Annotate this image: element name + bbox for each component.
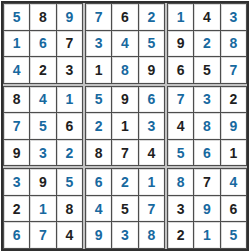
- cell-r2c5[interactable]: 4: [112, 31, 137, 57]
- cell-r9c7[interactable]: 2: [168, 222, 193, 248]
- cell-r7c5[interactable]: 2: [112, 169, 137, 195]
- cell-r6c3[interactable]: 2: [57, 140, 82, 166]
- block-1-1: 589167423: [3, 3, 83, 84]
- cell-r9c6[interactable]: 8: [139, 222, 164, 248]
- cell-r9c1[interactable]: 6: [4, 222, 29, 248]
- cell-r8c1[interactable]: 2: [4, 196, 29, 222]
- cell-r5c6[interactable]: 3: [139, 113, 164, 139]
- cell-r3c9[interactable]: 7: [221, 57, 246, 83]
- cell-r4c9[interactable]: 2: [221, 87, 246, 113]
- cell-r2c1[interactable]: 1: [4, 31, 29, 57]
- cell-r9c4[interactable]: 9: [86, 222, 111, 248]
- cell-r5c9[interactable]: 9: [221, 113, 246, 139]
- cell-r1c5[interactable]: 6: [112, 4, 137, 30]
- cell-r9c3[interactable]: 4: [57, 222, 82, 248]
- cell-r4c1[interactable]: 8: [4, 87, 29, 113]
- cell-r9c9[interactable]: 5: [221, 222, 246, 248]
- cell-r1c8[interactable]: 4: [194, 4, 219, 30]
- cell-r7c8[interactable]: 7: [194, 169, 219, 195]
- cell-r3c4[interactable]: 1: [86, 57, 111, 83]
- cell-r5c8[interactable]: 8: [194, 113, 219, 139]
- cell-r8c4[interactable]: 4: [86, 196, 111, 222]
- cell-r6c8[interactable]: 6: [194, 140, 219, 166]
- cell-r1c6[interactable]: 2: [139, 4, 164, 30]
- cell-r8c2[interactable]: 1: [30, 196, 55, 222]
- cell-r1c2[interactable]: 8: [30, 4, 55, 30]
- cell-r1c3[interactable]: 9: [57, 4, 82, 30]
- block-2-2: 596213874: [85, 86, 165, 167]
- cell-r3c7[interactable]: 6: [168, 57, 193, 83]
- cell-r9c8[interactable]: 1: [194, 222, 219, 248]
- cell-r9c2[interactable]: 7: [30, 222, 55, 248]
- cell-r3c3[interactable]: 3: [57, 57, 82, 83]
- block-2-1: 841756932: [3, 86, 83, 167]
- cell-r7c7[interactable]: 8: [168, 169, 193, 195]
- cell-r4c7[interactable]: 7: [168, 87, 193, 113]
- block-3-3: 874396215: [167, 168, 247, 249]
- cell-r6c9[interactable]: 1: [221, 140, 246, 166]
- cell-r7c9[interactable]: 4: [221, 169, 246, 195]
- cell-r2c4[interactable]: 3: [86, 31, 111, 57]
- cell-r8c7[interactable]: 3: [168, 196, 193, 222]
- cell-r8c5[interactable]: 5: [112, 196, 137, 222]
- cell-r1c9[interactable]: 3: [221, 4, 246, 30]
- sudoku-board: 5891674237623451891439286578417569325962…: [1, 1, 249, 251]
- cell-r9c5[interactable]: 3: [112, 222, 137, 248]
- cell-r6c7[interactable]: 5: [168, 140, 193, 166]
- cell-r8c6[interactable]: 7: [139, 196, 164, 222]
- cell-r4c5[interactable]: 9: [112, 87, 137, 113]
- cell-r7c3[interactable]: 5: [57, 169, 82, 195]
- cell-r2c7[interactable]: 9: [168, 31, 193, 57]
- cell-r1c1[interactable]: 5: [4, 4, 29, 30]
- cell-r2c9[interactable]: 8: [221, 31, 246, 57]
- cell-r2c2[interactable]: 6: [30, 31, 55, 57]
- cell-r4c3[interactable]: 1: [57, 87, 82, 113]
- cell-r7c1[interactable]: 3: [4, 169, 29, 195]
- cell-r4c6[interactable]: 6: [139, 87, 164, 113]
- cell-r5c2[interactable]: 5: [30, 113, 55, 139]
- cell-r6c5[interactable]: 7: [112, 140, 137, 166]
- cell-r4c2[interactable]: 4: [30, 87, 55, 113]
- cell-r3c8[interactable]: 5: [194, 57, 219, 83]
- block-1-2: 762345189: [85, 3, 165, 84]
- cell-r8c9[interactable]: 6: [221, 196, 246, 222]
- block-2-3: 732489561: [167, 86, 247, 167]
- cell-r6c6[interactable]: 4: [139, 140, 164, 166]
- cell-r7c4[interactable]: 6: [86, 169, 111, 195]
- cell-r6c4[interactable]: 8: [86, 140, 111, 166]
- cell-r8c3[interactable]: 8: [57, 196, 82, 222]
- cell-r3c5[interactable]: 8: [112, 57, 137, 83]
- cell-r1c7[interactable]: 1: [168, 4, 193, 30]
- cell-r7c6[interactable]: 1: [139, 169, 164, 195]
- cell-r3c1[interactable]: 4: [4, 57, 29, 83]
- cell-r4c8[interactable]: 3: [194, 87, 219, 113]
- cell-r6c2[interactable]: 3: [30, 140, 55, 166]
- cell-r5c7[interactable]: 4: [168, 113, 193, 139]
- block-1-3: 143928657: [167, 3, 247, 84]
- cell-r8c8[interactable]: 9: [194, 196, 219, 222]
- cell-r2c6[interactable]: 5: [139, 31, 164, 57]
- cell-r3c6[interactable]: 9: [139, 57, 164, 83]
- cell-r2c8[interactable]: 2: [194, 31, 219, 57]
- cell-r1c4[interactable]: 7: [86, 4, 111, 30]
- cell-r2c3[interactable]: 7: [57, 31, 82, 57]
- cell-r5c1[interactable]: 7: [4, 113, 29, 139]
- block-3-2: 621457938: [85, 168, 165, 249]
- cell-r4c4[interactable]: 5: [86, 87, 111, 113]
- block-3-1: 395218674: [3, 168, 83, 249]
- cell-r6c1[interactable]: 9: [4, 140, 29, 166]
- cell-r7c2[interactable]: 9: [30, 169, 55, 195]
- cell-r5c4[interactable]: 2: [86, 113, 111, 139]
- cell-r3c2[interactable]: 2: [30, 57, 55, 83]
- cell-r5c3[interactable]: 6: [57, 113, 82, 139]
- cell-r5c5[interactable]: 1: [112, 113, 137, 139]
